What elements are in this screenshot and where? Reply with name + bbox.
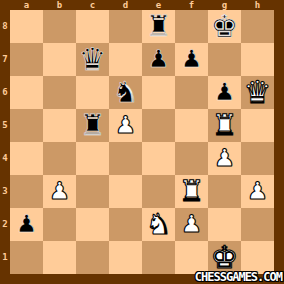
square-d8[interactable] xyxy=(109,10,142,43)
rank-label-1: 1 xyxy=(0,241,10,274)
square-c4[interactable] xyxy=(76,142,109,175)
square-a8[interactable] xyxy=(10,10,43,43)
square-f6[interactable] xyxy=(175,76,208,109)
chess-board-frame: abcdefgh 87654321 ♜♚♛♟♟♞♟♛♜♟♜♟♟♜♟♟♞♟♚ CH… xyxy=(0,0,284,284)
white-pawn-d5: ♟ xyxy=(109,109,142,142)
rank-label-8: 8 xyxy=(0,10,10,43)
chess-board: ♜♚♛♟♟♞♟♛♜♟♜♟♟♜♟♟♞♟♚ xyxy=(10,10,274,274)
black-pawn-e7: ♟ xyxy=(142,43,175,76)
square-e1[interactable] xyxy=(142,241,175,274)
square-g2[interactable] xyxy=(208,208,241,241)
black-queen-c7: ♛ xyxy=(76,43,109,76)
square-b3[interactable]: ♟ xyxy=(43,175,76,208)
square-e4[interactable] xyxy=(142,142,175,175)
square-d4[interactable] xyxy=(109,142,142,175)
file-label-f: f xyxy=(175,0,208,10)
square-g3[interactable] xyxy=(208,175,241,208)
black-pawn-g6: ♟ xyxy=(208,76,241,109)
white-queen-h6: ♛ xyxy=(241,76,274,109)
square-a5[interactable] xyxy=(10,109,43,142)
square-c2[interactable] xyxy=(76,208,109,241)
file-label-a: a xyxy=(10,0,43,10)
square-a7[interactable] xyxy=(10,43,43,76)
square-c5[interactable]: ♜ xyxy=(76,109,109,142)
square-g6[interactable]: ♟ xyxy=(208,76,241,109)
rank-label-4: 4 xyxy=(0,142,10,175)
black-knight-d6: ♞ xyxy=(109,76,142,109)
square-e3[interactable] xyxy=(142,175,175,208)
rank-labels: 87654321 xyxy=(0,10,10,274)
black-rook-c5: ♜ xyxy=(76,109,109,142)
square-h8[interactable] xyxy=(241,10,274,43)
square-c3[interactable] xyxy=(76,175,109,208)
square-b2[interactable] xyxy=(43,208,76,241)
file-label-d: d xyxy=(109,0,142,10)
square-a4[interactable] xyxy=(10,142,43,175)
square-d1[interactable] xyxy=(109,241,142,274)
black-pawn-a2: ♟ xyxy=(10,208,43,241)
square-d6[interactable]: ♞ xyxy=(109,76,142,109)
square-e2[interactable]: ♞ xyxy=(142,208,175,241)
square-h4[interactable] xyxy=(241,142,274,175)
square-b5[interactable] xyxy=(43,109,76,142)
rank-label-5: 5 xyxy=(0,109,10,142)
square-a2[interactable]: ♟ xyxy=(10,208,43,241)
white-pawn-f2: ♟ xyxy=(175,208,208,241)
white-pawn-h3: ♟ xyxy=(241,175,274,208)
rank-label-6: 6 xyxy=(0,76,10,109)
black-rook-e8: ♜ xyxy=(142,10,175,43)
square-h7[interactable] xyxy=(241,43,274,76)
square-h2[interactable] xyxy=(241,208,274,241)
white-rook-f3: ♜ xyxy=(175,175,208,208)
white-rook-g5: ♜ xyxy=(208,109,241,142)
file-label-b: b xyxy=(43,0,76,10)
square-f5[interactable] xyxy=(175,109,208,142)
square-h6[interactable]: ♛ xyxy=(241,76,274,109)
square-f4[interactable] xyxy=(175,142,208,175)
square-b1[interactable] xyxy=(43,241,76,274)
white-pawn-g4: ♟ xyxy=(208,142,241,175)
square-a6[interactable] xyxy=(10,76,43,109)
square-g4[interactable]: ♟ xyxy=(208,142,241,175)
rank-label-3: 3 xyxy=(0,175,10,208)
square-a3[interactable] xyxy=(10,175,43,208)
square-h3[interactable]: ♟ xyxy=(241,175,274,208)
square-c8[interactable] xyxy=(76,10,109,43)
square-f7[interactable]: ♟ xyxy=(175,43,208,76)
square-e7[interactable]: ♟ xyxy=(142,43,175,76)
square-g8[interactable]: ♚ xyxy=(208,10,241,43)
file-label-h: h xyxy=(241,0,274,10)
site-watermark: CHESSGAMES.COM xyxy=(195,270,282,284)
rank-label-2: 2 xyxy=(0,208,10,241)
square-b7[interactable] xyxy=(43,43,76,76)
square-d2[interactable] xyxy=(109,208,142,241)
square-b8[interactable] xyxy=(43,10,76,43)
file-label-c: c xyxy=(76,0,109,10)
square-f8[interactable] xyxy=(175,10,208,43)
rank-label-7: 7 xyxy=(0,43,10,76)
square-c1[interactable] xyxy=(76,241,109,274)
square-f2[interactable]: ♟ xyxy=(175,208,208,241)
square-h5[interactable] xyxy=(241,109,274,142)
square-e5[interactable] xyxy=(142,109,175,142)
black-king-g8: ♚ xyxy=(208,10,241,43)
white-pawn-b3: ♟ xyxy=(43,175,76,208)
square-g5[interactable]: ♜ xyxy=(208,109,241,142)
white-knight-e2: ♞ xyxy=(142,208,175,241)
square-e6[interactable] xyxy=(142,76,175,109)
square-b6[interactable] xyxy=(43,76,76,109)
square-d5[interactable]: ♟ xyxy=(109,109,142,142)
square-b4[interactable] xyxy=(43,142,76,175)
square-f3[interactable]: ♜ xyxy=(175,175,208,208)
square-c7[interactable]: ♛ xyxy=(76,43,109,76)
square-g7[interactable] xyxy=(208,43,241,76)
square-d3[interactable] xyxy=(109,175,142,208)
square-a1[interactable] xyxy=(10,241,43,274)
square-e8[interactable]: ♜ xyxy=(142,10,175,43)
square-c6[interactable] xyxy=(76,76,109,109)
square-d7[interactable] xyxy=(109,43,142,76)
black-pawn-f7: ♟ xyxy=(175,43,208,76)
